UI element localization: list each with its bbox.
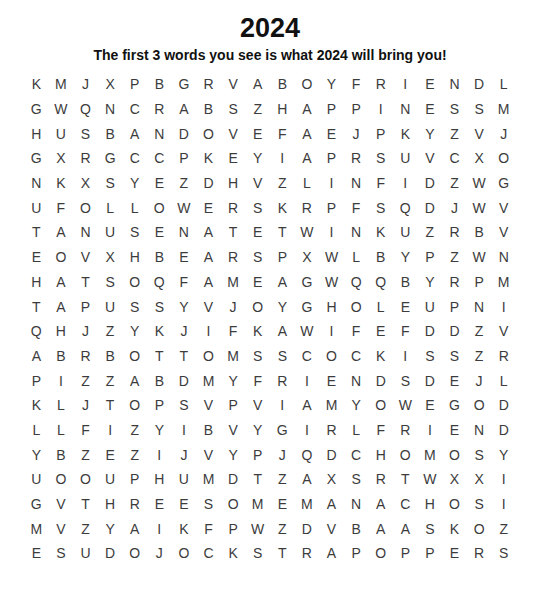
grid-cell[interactable]: S xyxy=(368,146,393,171)
grid-cell[interactable]: M xyxy=(319,393,344,418)
grid-cell[interactable]: A xyxy=(172,97,197,122)
grid-cell[interactable]: V xyxy=(221,72,246,97)
grid-cell[interactable]: J xyxy=(172,442,197,467)
grid-cell[interactable]: E xyxy=(442,368,467,393)
grid-cell[interactable]: F xyxy=(221,319,246,344)
grid-cell[interactable]: V xyxy=(491,220,516,245)
grid-cell[interactable]: F xyxy=(270,121,295,146)
grid-cell[interactable]: J xyxy=(221,294,246,319)
grid-cell[interactable]: A xyxy=(368,492,393,517)
grid-cell[interactable]: K xyxy=(270,195,295,220)
grid-cell[interactable]: I xyxy=(49,368,74,393)
grid-cell[interactable]: A xyxy=(49,220,74,245)
grid-cell[interactable]: Q xyxy=(393,195,418,220)
grid-cell[interactable]: N xyxy=(172,220,197,245)
grid-cell[interactable]: K xyxy=(49,171,74,196)
grid-cell[interactable]: A xyxy=(49,270,74,295)
grid-cell[interactable]: N xyxy=(344,368,369,393)
grid-cell[interactable]: Y xyxy=(491,442,516,467)
grid-cell[interactable]: D xyxy=(418,319,443,344)
grid-cell[interactable]: W xyxy=(467,195,492,220)
grid-cell[interactable]: R xyxy=(295,195,320,220)
grid-cell[interactable]: E xyxy=(98,442,123,467)
grid-cell[interactable]: F xyxy=(393,319,418,344)
grid-cell[interactable]: V xyxy=(196,294,221,319)
grid-cell[interactable]: E xyxy=(147,492,172,517)
grid-cell[interactable]: Q xyxy=(24,319,49,344)
grid-cell[interactable]: S xyxy=(442,344,467,369)
grid-cell[interactable]: Z xyxy=(98,368,123,393)
grid-cell[interactable]: D xyxy=(491,418,516,443)
grid-cell[interactable]: O xyxy=(49,467,74,492)
grid-cell[interactable]: W xyxy=(467,171,492,196)
grid-cell[interactable]: T xyxy=(270,541,295,566)
grid-cell[interactable]: I xyxy=(393,72,418,97)
grid-cell[interactable]: M xyxy=(221,270,246,295)
grid-cell[interactable]: Z xyxy=(270,467,295,492)
grid-cell[interactable]: Z xyxy=(442,171,467,196)
grid-cell[interactable]: U xyxy=(73,541,98,566)
grid-cell[interactable]: O xyxy=(73,467,98,492)
grid-cell[interactable]: U xyxy=(98,294,123,319)
grid-cell[interactable]: R xyxy=(196,72,221,97)
grid-cell[interactable]: S xyxy=(491,541,516,566)
grid-cell[interactable]: L xyxy=(49,393,74,418)
grid-cell[interactable]: I xyxy=(418,418,443,443)
grid-cell[interactable]: G xyxy=(491,171,516,196)
grid-cell[interactable]: R xyxy=(295,541,320,566)
grid-cell[interactable]: E xyxy=(196,195,221,220)
grid-cell[interactable]: O xyxy=(73,195,98,220)
grid-cell[interactable]: H xyxy=(24,121,49,146)
grid-cell[interactable]: R xyxy=(368,72,393,97)
grid-cell[interactable]: I xyxy=(147,442,172,467)
grid-cell[interactable]: K xyxy=(196,146,221,171)
grid-cell[interactable]: A xyxy=(270,319,295,344)
grid-cell[interactable]: M xyxy=(295,492,320,517)
grid-cell[interactable]: S xyxy=(270,344,295,369)
grid-cell[interactable]: V xyxy=(491,319,516,344)
grid-cell[interactable]: B xyxy=(368,245,393,270)
grid-cell[interactable]: L xyxy=(24,418,49,443)
grid-cell[interactable]: A xyxy=(270,270,295,295)
grid-cell[interactable]: P xyxy=(418,541,443,566)
grid-cell[interactable]: X xyxy=(73,171,98,196)
grid-cell[interactable]: G xyxy=(24,492,49,517)
grid-cell[interactable]: E xyxy=(147,171,172,196)
grid-cell[interactable]: S xyxy=(122,220,147,245)
grid-cell[interactable]: W xyxy=(295,319,320,344)
grid-cell[interactable]: Y xyxy=(221,442,246,467)
grid-cell[interactable]: K xyxy=(172,516,197,541)
grid-cell[interactable]: Q xyxy=(344,270,369,295)
grid-cell[interactable]: W xyxy=(319,245,344,270)
grid-cell[interactable]: A xyxy=(196,270,221,295)
grid-cell[interactable]: X xyxy=(98,245,123,270)
grid-cell[interactable]: E xyxy=(24,541,49,566)
grid-cell[interactable]: J xyxy=(73,319,98,344)
grid-cell[interactable]: F xyxy=(245,368,270,393)
grid-cell[interactable]: J xyxy=(73,72,98,97)
grid-cell[interactable]: T xyxy=(172,344,197,369)
grid-cell[interactable]: S xyxy=(442,97,467,122)
grid-cell[interactable]: T xyxy=(98,393,123,418)
grid-cell[interactable]: Y xyxy=(122,319,147,344)
grid-cell[interactable]: I xyxy=(319,220,344,245)
grid-cell[interactable]: O xyxy=(467,393,492,418)
grid-cell[interactable]: E xyxy=(319,368,344,393)
grid-cell[interactable]: D xyxy=(418,195,443,220)
grid-cell[interactable]: Z xyxy=(122,418,147,443)
grid-cell[interactable]: R xyxy=(270,368,295,393)
grid-cell[interactable]: Z xyxy=(270,516,295,541)
grid-cell[interactable]: M xyxy=(418,442,443,467)
grid-cell[interactable]: B xyxy=(98,121,123,146)
grid-cell[interactable]: T xyxy=(245,467,270,492)
grid-cell[interactable]: P xyxy=(418,245,443,270)
grid-cell[interactable]: O xyxy=(368,541,393,566)
grid-cell[interactable]: T xyxy=(147,344,172,369)
grid-cell[interactable]: C xyxy=(122,146,147,171)
grid-cell[interactable]: T xyxy=(73,492,98,517)
grid-cell[interactable]: W xyxy=(295,220,320,245)
grid-cell[interactable]: N xyxy=(344,171,369,196)
grid-cell[interactable]: V xyxy=(221,418,246,443)
grid-cell[interactable]: N xyxy=(24,171,49,196)
grid-cell[interactable]: T xyxy=(24,220,49,245)
grid-cell[interactable]: H xyxy=(49,319,74,344)
grid-cell[interactable]: K xyxy=(393,121,418,146)
grid-cell[interactable]: X xyxy=(295,245,320,270)
grid-cell[interactable]: R xyxy=(221,195,246,220)
grid-cell[interactable]: T xyxy=(73,270,98,295)
grid-cell[interactable]: Q xyxy=(73,97,98,122)
grid-cell[interactable]: Q xyxy=(147,270,172,295)
grid-cell[interactable]: X xyxy=(319,467,344,492)
grid-cell[interactable]: B xyxy=(98,344,123,369)
grid-cell[interactable]: B xyxy=(49,344,74,369)
grid-cell[interactable]: I xyxy=(295,368,320,393)
grid-cell[interactable]: P xyxy=(172,146,197,171)
grid-cell[interactable]: W xyxy=(393,393,418,418)
grid-cell[interactable]: A xyxy=(122,516,147,541)
grid-cell[interactable]: K xyxy=(24,393,49,418)
grid-cell[interactable]: P xyxy=(344,541,369,566)
grid-cell[interactable]: A xyxy=(295,393,320,418)
grid-cell[interactable]: X xyxy=(49,146,74,171)
grid-cell[interactable]: I xyxy=(270,146,295,171)
grid-cell[interactable]: H xyxy=(98,492,123,517)
grid-cell[interactable]: G xyxy=(24,97,49,122)
grid-cell[interactable]: U xyxy=(418,294,443,319)
grid-cell[interactable]: R xyxy=(442,270,467,295)
grid-cell[interactable]: F xyxy=(344,319,369,344)
grid-cell[interactable]: S xyxy=(344,467,369,492)
grid-cell[interactable]: L xyxy=(491,72,516,97)
grid-cell[interactable]: P xyxy=(467,270,492,295)
grid-cell[interactable]: G xyxy=(295,270,320,295)
grid-cell[interactable]: E xyxy=(245,220,270,245)
grid-cell[interactable]: N xyxy=(467,418,492,443)
grid-cell[interactable]: V xyxy=(491,195,516,220)
grid-cell[interactable]: W xyxy=(245,516,270,541)
grid-cell[interactable]: O xyxy=(442,442,467,467)
grid-cell[interactable]: S xyxy=(98,171,123,196)
grid-cell[interactable]: P xyxy=(122,467,147,492)
grid-cell[interactable]: E xyxy=(147,220,172,245)
grid-cell[interactable]: O xyxy=(491,146,516,171)
grid-cell[interactable]: M xyxy=(49,72,74,97)
grid-cell[interactable]: O xyxy=(221,492,246,517)
grid-cell[interactable]: I xyxy=(98,418,123,443)
grid-cell[interactable]: A xyxy=(122,368,147,393)
grid-cell[interactable]: C xyxy=(295,344,320,369)
grid-cell[interactable]: I xyxy=(196,319,221,344)
grid-cell[interactable]: K xyxy=(245,319,270,344)
grid-cell[interactable]: P xyxy=(24,368,49,393)
grid-cell[interactable]: J xyxy=(442,195,467,220)
grid-cell[interactable]: N xyxy=(491,245,516,270)
grid-cell[interactable]: X xyxy=(98,72,123,97)
grid-cell[interactable]: L xyxy=(344,245,369,270)
grid-cell[interactable]: O xyxy=(467,516,492,541)
grid-cell[interactable]: Y xyxy=(319,72,344,97)
grid-cell[interactable]: O xyxy=(122,541,147,566)
grid-cell[interactable]: B xyxy=(147,368,172,393)
grid-cell[interactable]: P xyxy=(270,245,295,270)
grid-cell[interactable]: R xyxy=(73,344,98,369)
grid-cell[interactable]: F xyxy=(368,171,393,196)
grid-cell[interactable]: Z xyxy=(418,220,443,245)
grid-cell[interactable]: L xyxy=(344,418,369,443)
grid-cell[interactable]: O xyxy=(393,442,418,467)
grid-cell[interactable]: S xyxy=(467,442,492,467)
grid-cell[interactable]: K xyxy=(368,344,393,369)
grid-cell[interactable]: I xyxy=(319,171,344,196)
grid-cell[interactable]: E xyxy=(221,146,246,171)
grid-cell[interactable]: Y xyxy=(122,171,147,196)
grid-cell[interactable]: E xyxy=(442,541,467,566)
grid-cell[interactable]: V xyxy=(245,393,270,418)
grid-cell[interactable]: L xyxy=(491,368,516,393)
grid-cell[interactable]: D xyxy=(418,171,443,196)
grid-cell[interactable]: C xyxy=(442,146,467,171)
grid-cell[interactable]: F xyxy=(368,418,393,443)
grid-cell[interactable]: R xyxy=(221,245,246,270)
grid-cell[interactable]: S xyxy=(73,121,98,146)
grid-cell[interactable]: Y xyxy=(24,442,49,467)
grid-cell[interactable]: Y xyxy=(98,516,123,541)
grid-cell[interactable]: V xyxy=(49,492,74,517)
grid-cell[interactable]: I xyxy=(393,171,418,196)
grid-cell[interactable]: Z xyxy=(467,319,492,344)
grid-cell[interactable]: E xyxy=(442,418,467,443)
grid-cell[interactable]: S xyxy=(467,492,492,517)
grid-cell[interactable]: V xyxy=(49,516,74,541)
grid-cell[interactable]: P xyxy=(122,72,147,97)
grid-cell[interactable]: C xyxy=(122,97,147,122)
grid-cell[interactable]: H xyxy=(319,294,344,319)
grid-cell[interactable]: C xyxy=(147,146,172,171)
grid-cell[interactable]: S xyxy=(467,97,492,122)
grid-cell[interactable]: H xyxy=(221,171,246,196)
grid-cell[interactable]: A xyxy=(368,516,393,541)
grid-cell[interactable]: E xyxy=(418,72,443,97)
grid-cell[interactable]: A xyxy=(295,146,320,171)
grid-cell[interactable]: M xyxy=(491,270,516,295)
grid-cell[interactable]: M xyxy=(245,492,270,517)
grid-cell[interactable]: Y xyxy=(270,294,295,319)
grid-cell[interactable]: J xyxy=(172,319,197,344)
grid-cell[interactable]: Y xyxy=(344,393,369,418)
grid-cell[interactable]: V xyxy=(196,393,221,418)
grid-cell[interactable]: D xyxy=(368,368,393,393)
grid-cell[interactable]: J xyxy=(270,442,295,467)
grid-cell[interactable]: R xyxy=(344,146,369,171)
grid-cell[interactable]: O xyxy=(172,541,197,566)
grid-cell[interactable]: R xyxy=(147,97,172,122)
grid-cell[interactable]: Z xyxy=(491,516,516,541)
grid-cell[interactable]: L xyxy=(49,418,74,443)
grid-cell[interactable]: D xyxy=(98,541,123,566)
grid-cell[interactable]: F xyxy=(49,195,74,220)
grid-cell[interactable]: W xyxy=(319,270,344,295)
grid-cell[interactable]: P xyxy=(319,97,344,122)
grid-cell[interactable]: A xyxy=(122,121,147,146)
grid-cell[interactable]: O xyxy=(122,270,147,295)
grid-cell[interactable]: T xyxy=(24,294,49,319)
grid-cell[interactable]: H xyxy=(24,270,49,295)
grid-cell[interactable]: L xyxy=(368,294,393,319)
grid-cell[interactable]: M xyxy=(196,467,221,492)
grid-cell[interactable]: D xyxy=(491,393,516,418)
grid-cell[interactable]: S xyxy=(368,195,393,220)
grid-cell[interactable]: M xyxy=(196,368,221,393)
grid-cell[interactable]: S xyxy=(98,270,123,295)
grid-cell[interactable]: S xyxy=(245,344,270,369)
grid-cell[interactable]: D xyxy=(172,121,197,146)
grid-cell[interactable]: O xyxy=(196,344,221,369)
grid-cell[interactable]: I xyxy=(172,418,197,443)
grid-cell[interactable]: L xyxy=(295,171,320,196)
grid-cell[interactable]: Y xyxy=(245,146,270,171)
grid-cell[interactable]: U xyxy=(393,146,418,171)
grid-cell[interactable]: N xyxy=(467,294,492,319)
grid-cell[interactable]: U xyxy=(24,467,49,492)
grid-cell[interactable]: Z xyxy=(98,319,123,344)
grid-cell[interactable]: T xyxy=(270,220,295,245)
grid-cell[interactable]: I xyxy=(270,393,295,418)
grid-cell[interactable]: Z xyxy=(467,344,492,369)
grid-cell[interactable]: O xyxy=(368,393,393,418)
grid-cell[interactable]: I xyxy=(491,294,516,319)
grid-cell[interactable]: Y xyxy=(147,418,172,443)
grid-cell[interactable]: D xyxy=(196,171,221,196)
grid-cell[interactable]: Z xyxy=(73,516,98,541)
grid-cell[interactable]: Z xyxy=(442,245,467,270)
grid-cell[interactable]: R xyxy=(442,220,467,245)
grid-cell[interactable]: M xyxy=(491,97,516,122)
grid-cell[interactable]: E xyxy=(368,319,393,344)
grid-cell[interactable]: A xyxy=(245,72,270,97)
grid-cell[interactable]: B xyxy=(49,442,74,467)
grid-cell[interactable]: A xyxy=(295,121,320,146)
grid-cell[interactable]: I xyxy=(368,97,393,122)
grid-cell[interactable]: V xyxy=(221,121,246,146)
grid-cell[interactable]: S xyxy=(418,344,443,369)
grid-cell[interactable]: E xyxy=(245,270,270,295)
grid-cell[interactable]: A xyxy=(49,294,74,319)
grid-cell[interactable]: U xyxy=(24,195,49,220)
grid-cell[interactable]: T xyxy=(393,467,418,492)
grid-cell[interactable]: K xyxy=(221,541,246,566)
grid-cell[interactable]: L xyxy=(98,195,123,220)
grid-cell[interactable]: Y xyxy=(245,418,270,443)
grid-cell[interactable]: M xyxy=(221,344,246,369)
grid-cell[interactable]: E xyxy=(270,492,295,517)
grid-cell[interactable]: X xyxy=(442,467,467,492)
grid-cell[interactable]: S xyxy=(245,195,270,220)
grid-cell[interactable]: O xyxy=(344,294,369,319)
grid-cell[interactable]: W xyxy=(418,467,443,492)
grid-cell[interactable]: Z xyxy=(172,171,197,196)
grid-cell[interactable]: D xyxy=(418,368,443,393)
grid-cell[interactable]: Y xyxy=(393,245,418,270)
grid-cell[interactable]: P xyxy=(344,97,369,122)
grid-cell[interactable]: O xyxy=(122,393,147,418)
grid-cell[interactable]: W xyxy=(49,97,74,122)
grid-cell[interactable]: U xyxy=(172,467,197,492)
grid-cell[interactable]: A xyxy=(295,467,320,492)
grid-cell[interactable]: S xyxy=(196,492,221,517)
grid-cell[interactable]: N xyxy=(98,97,123,122)
grid-cell[interactable]: S xyxy=(122,294,147,319)
grid-cell[interactable]: X xyxy=(467,146,492,171)
grid-cell[interactable]: P xyxy=(245,442,270,467)
grid-cell[interactable]: A xyxy=(319,541,344,566)
grid-cell[interactable]: K xyxy=(442,516,467,541)
grid-cell[interactable]: B xyxy=(270,72,295,97)
grid-cell[interactable]: Z xyxy=(442,121,467,146)
grid-cell[interactable]: H xyxy=(418,492,443,517)
grid-cell[interactable]: P xyxy=(73,294,98,319)
grid-cell[interactable]: O xyxy=(196,121,221,146)
grid-cell[interactable]: Z xyxy=(73,442,98,467)
grid-cell[interactable]: R xyxy=(73,146,98,171)
grid-cell[interactable]: E xyxy=(172,492,197,517)
grid-cell[interactable]: D xyxy=(172,368,197,393)
grid-cell[interactable]: P xyxy=(147,393,172,418)
grid-cell[interactable]: B xyxy=(196,97,221,122)
grid-cell[interactable]: L xyxy=(122,195,147,220)
grid-cell[interactable]: J xyxy=(147,541,172,566)
grid-cell[interactable]: S xyxy=(49,541,74,566)
grid-cell[interactable]: W xyxy=(467,245,492,270)
grid-cell[interactable]: A xyxy=(295,97,320,122)
grid-cell[interactable]: D xyxy=(467,72,492,97)
grid-cell[interactable]: Z xyxy=(73,368,98,393)
grid-cell[interactable]: S xyxy=(147,294,172,319)
grid-cell[interactable]: C xyxy=(344,344,369,369)
grid-cell[interactable]: O xyxy=(442,492,467,517)
grid-cell[interactable]: O xyxy=(319,344,344,369)
grid-cell[interactable]: O xyxy=(295,72,320,97)
grid-cell[interactable]: R xyxy=(393,418,418,443)
grid-cell[interactable]: R xyxy=(319,418,344,443)
grid-cell[interactable]: V xyxy=(418,146,443,171)
grid-cell[interactable]: E xyxy=(319,121,344,146)
grid-cell[interactable]: I xyxy=(295,418,320,443)
